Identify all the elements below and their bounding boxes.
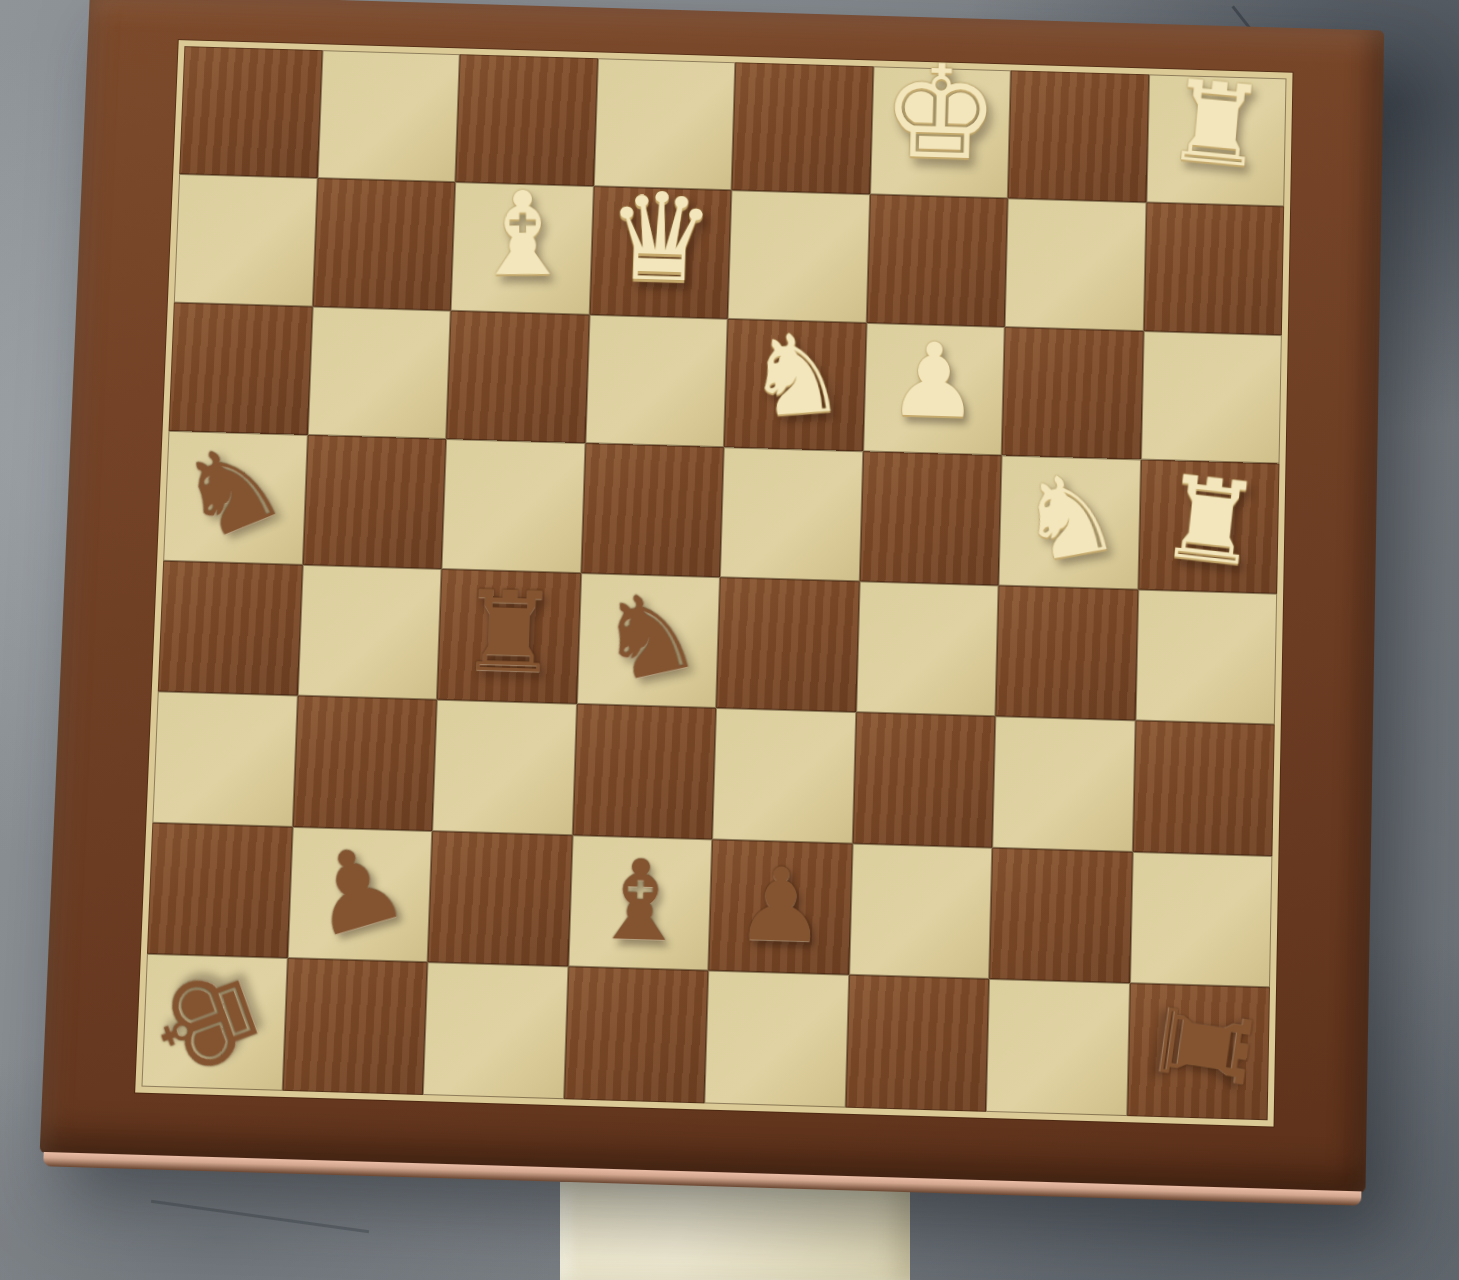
black-knight[interactable]: ♞ — [588, 571, 710, 702]
square-b1[interactable] — [282, 958, 427, 1095]
square-g6[interactable] — [1002, 327, 1144, 460]
square-c1[interactable] — [423, 962, 568, 1099]
white-rook[interactable]: ♜ — [1161, 64, 1272, 185]
square-b6[interactable] — [307, 306, 450, 439]
square-e4[interactable] — [716, 577, 859, 712]
square-g4[interactable] — [995, 585, 1137, 720]
square-h3[interactable] — [1132, 720, 1274, 855]
square-b3[interactable] — [292, 695, 437, 830]
black-king-fallen[interactable]: ♚ — [129, 948, 283, 1096]
square-g5[interactable]: ♞ — [999, 456, 1141, 590]
square-h4[interactable] — [1135, 590, 1277, 725]
square-e5[interactable] — [720, 447, 863, 581]
table-pedestal — [560, 1182, 910, 1280]
square-a3[interactable] — [152, 691, 297, 826]
white-queen[interactable]: ♛ — [604, 176, 717, 300]
square-a4[interactable] — [158, 561, 303, 696]
square-g7[interactable] — [1005, 198, 1146, 331]
white-king[interactable]: ♚ — [881, 46, 1001, 178]
white-bishop[interactable]: ♝ — [470, 176, 575, 292]
square-f2[interactable] — [849, 843, 993, 979]
black-rook[interactable]: ♜ — [457, 574, 561, 689]
photo-scene: ♚♜♝♛♞♟♞♞♜♜♞♟♝♟♚♜ — [0, 0, 1459, 1280]
square-f4[interactable] — [856, 581, 999, 716]
square-a8[interactable] — [179, 46, 322, 178]
board-squares: ♚♜♝♛♞♟♞♞♜♜♞♟♝♟♚♜ — [135, 40, 1292, 1126]
white-knight[interactable]: ♞ — [1008, 452, 1127, 579]
square-h7[interactable] — [1143, 202, 1284, 335]
black-knight-leaning[interactable]: ♞ — [161, 418, 298, 561]
black-bishop[interactable]: ♝ — [589, 843, 691, 957]
square-e1[interactable] — [704, 971, 848, 1108]
square-d1[interactable] — [564, 967, 709, 1104]
square-b4[interactable] — [297, 565, 441, 700]
square-c3[interactable] — [432, 699, 576, 834]
square-c6[interactable] — [446, 310, 589, 443]
square-g1[interactable] — [986, 979, 1130, 1116]
square-h2[interactable] — [1130, 851, 1273, 987]
square-f3[interactable] — [852, 712, 995, 847]
black-rook-fallen[interactable]: ♜ — [1140, 985, 1269, 1105]
square-c4[interactable]: ♜ — [437, 569, 581, 704]
square-e3[interactable] — [712, 708, 856, 843]
square-e7[interactable] — [728, 190, 870, 322]
square-c7[interactable]: ♝ — [451, 182, 594, 314]
square-h6[interactable] — [1141, 331, 1282, 464]
square-a7[interactable] — [174, 174, 317, 306]
square-d7[interactable]: ♛ — [589, 186, 731, 318]
square-c5[interactable] — [442, 439, 585, 573]
square-b2[interactable]: ♟ — [287, 826, 432, 962]
square-d3[interactable] — [572, 704, 716, 839]
white-knight[interactable]: ♞ — [741, 316, 849, 434]
black-pawn-leaning[interactable]: ♟ — [295, 825, 416, 955]
square-h5[interactable]: ♜ — [1138, 460, 1280, 594]
square-f5[interactable] — [859, 452, 1001, 586]
square-b5[interactable] — [302, 435, 446, 569]
square-a1[interactable]: ♚ — [141, 954, 287, 1091]
black-pawn[interactable]: ♟ — [734, 852, 828, 956]
square-a5[interactable]: ♞ — [163, 431, 307, 565]
square-e8[interactable] — [731, 62, 873, 194]
square-b8[interactable] — [317, 50, 460, 182]
square-e2[interactable]: ♟ — [708, 839, 852, 975]
square-h8[interactable]: ♜ — [1146, 74, 1287, 206]
square-h1[interactable]: ♜ — [1127, 983, 1270, 1120]
white-pawn[interactable]: ♟ — [887, 328, 981, 432]
square-c2[interactable] — [428, 831, 573, 967]
chess-board: ♚♜♝♛♞♟♞♞♜♜♞♟♝♟♚♜ — [40, 0, 1385, 1193]
square-b7[interactable] — [312, 178, 455, 310]
white-rook[interactable]: ♜ — [1154, 458, 1268, 583]
square-e6[interactable]: ♞ — [724, 318, 866, 451]
square-d2[interactable]: ♝ — [568, 835, 712, 971]
square-f1[interactable] — [845, 975, 989, 1112]
square-g8[interactable] — [1008, 70, 1149, 202]
square-d5[interactable] — [581, 443, 724, 577]
floor-tile-seam — [151, 1200, 369, 1234]
square-f6[interactable]: ♟ — [863, 322, 1005, 455]
square-a2[interactable] — [147, 822, 292, 958]
square-f8[interactable]: ♚ — [870, 66, 1011, 198]
square-g2[interactable] — [989, 847, 1132, 983]
square-d6[interactable] — [585, 314, 728, 447]
square-f7[interactable] — [866, 194, 1008, 326]
square-d4[interactable]: ♞ — [576, 573, 719, 708]
square-g3[interactable] — [992, 716, 1135, 851]
